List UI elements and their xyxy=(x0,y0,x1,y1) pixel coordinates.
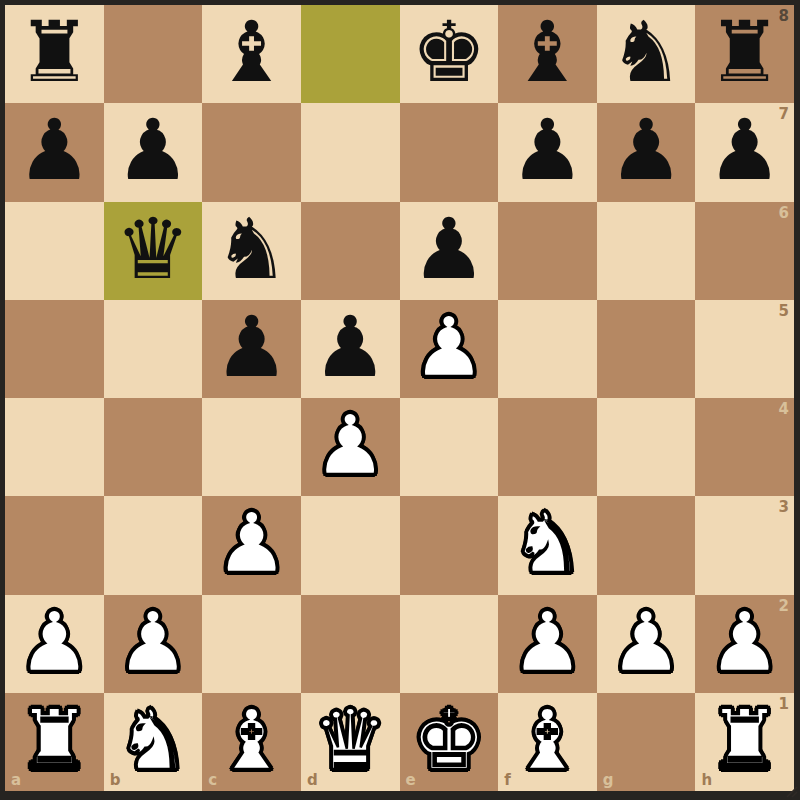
white-king-piece[interactable]: ♚ xyxy=(411,698,486,782)
chess-board[interactable]: ♜♝♚♝♞♜8♟♟♟♟♟7♛♞♟6♟♟♟5♟4♟♞3♟♟♟♟♟2♜a♞b♝c♛d… xyxy=(5,5,794,791)
black-queen-piece[interactable]: ♛ xyxy=(115,207,190,291)
white-pawn-piece[interactable]: ♟ xyxy=(510,600,585,684)
black-pawn-piece[interactable]: ♟ xyxy=(707,108,782,192)
square-d7[interactable] xyxy=(301,103,400,201)
black-knight-piece[interactable]: ♞ xyxy=(608,10,683,94)
square-f5[interactable] xyxy=(498,300,597,398)
square-e5[interactable]: ♟ xyxy=(400,300,499,398)
black-pawn-piece[interactable]: ♟ xyxy=(313,305,388,389)
square-c4[interactable] xyxy=(202,398,301,496)
square-e1[interactable]: ♚e xyxy=(400,693,499,791)
square-g4[interactable] xyxy=(597,398,696,496)
white-pawn-piece[interactable]: ♟ xyxy=(608,600,683,684)
white-pawn-piece[interactable]: ♟ xyxy=(17,600,92,684)
square-g5[interactable] xyxy=(597,300,696,398)
white-pawn-piece[interactable]: ♟ xyxy=(115,600,190,684)
square-b8[interactable] xyxy=(104,5,203,103)
square-h4[interactable]: 4 xyxy=(695,398,794,496)
square-b4[interactable] xyxy=(104,398,203,496)
square-f2[interactable]: ♟ xyxy=(498,595,597,693)
square-d2[interactable] xyxy=(301,595,400,693)
white-knight-piece[interactable]: ♞ xyxy=(115,698,190,782)
rank-label-6: 6 xyxy=(779,206,789,221)
board-frame: ♜♝♚♝♞♜8♟♟♟♟♟7♛♞♟6♟♟♟5♟4♟♞3♟♟♟♟♟2♜a♞b♝c♛d… xyxy=(0,0,800,800)
black-bishop-piece[interactable]: ♝ xyxy=(214,10,289,94)
black-rook-piece[interactable]: ♜ xyxy=(17,10,92,94)
square-h1[interactable]: ♜1h xyxy=(695,693,794,791)
black-pawn-piece[interactable]: ♟ xyxy=(510,108,585,192)
file-label-f: f xyxy=(504,773,511,788)
square-h7[interactable]: ♟7 xyxy=(695,103,794,201)
black-pawn-piece[interactable]: ♟ xyxy=(411,207,486,291)
square-h8[interactable]: ♜8 xyxy=(695,5,794,103)
square-a8[interactable]: ♜ xyxy=(5,5,104,103)
square-a1[interactable]: ♜a xyxy=(5,693,104,791)
square-d1[interactable]: ♛d xyxy=(301,693,400,791)
square-c5[interactable]: ♟ xyxy=(202,300,301,398)
square-c3[interactable]: ♟ xyxy=(202,496,301,594)
black-pawn-piece[interactable]: ♟ xyxy=(214,305,289,389)
black-king-piece[interactable]: ♚ xyxy=(411,10,486,94)
square-a7[interactable]: ♟ xyxy=(5,103,104,201)
rank-label-4: 4 xyxy=(779,402,789,417)
file-label-b: b xyxy=(110,773,121,788)
square-d5[interactable]: ♟ xyxy=(301,300,400,398)
square-g2[interactable]: ♟ xyxy=(597,595,696,693)
file-label-c: c xyxy=(208,773,217,788)
square-c8[interactable]: ♝ xyxy=(202,5,301,103)
square-a2[interactable]: ♟ xyxy=(5,595,104,693)
square-h6[interactable]: 6 xyxy=(695,202,794,300)
square-c7[interactable] xyxy=(202,103,301,201)
rank-label-3: 3 xyxy=(779,500,789,515)
square-c2[interactable] xyxy=(202,595,301,693)
square-g8[interactable]: ♞ xyxy=(597,5,696,103)
square-c6[interactable]: ♞ xyxy=(202,202,301,300)
white-knight-piece[interactable]: ♞ xyxy=(510,501,585,585)
square-f7[interactable]: ♟ xyxy=(498,103,597,201)
black-bishop-piece[interactable]: ♝ xyxy=(510,10,585,94)
square-e3[interactable] xyxy=(400,496,499,594)
square-b3[interactable] xyxy=(104,496,203,594)
square-a4[interactable] xyxy=(5,398,104,496)
rank-label-2: 2 xyxy=(779,599,789,614)
square-b1[interactable]: ♞b xyxy=(104,693,203,791)
file-label-g: g xyxy=(603,773,614,788)
white-pawn-piece[interactable]: ♟ xyxy=(707,600,782,684)
square-d4[interactable]: ♟ xyxy=(301,398,400,496)
square-c1[interactable]: ♝c xyxy=(202,693,301,791)
square-g1[interactable]: g xyxy=(597,693,696,791)
white-pawn-piece[interactable]: ♟ xyxy=(411,305,486,389)
square-f3[interactable]: ♞ xyxy=(498,496,597,594)
file-label-a: a xyxy=(11,773,21,788)
square-e8[interactable]: ♚ xyxy=(400,5,499,103)
black-pawn-piece[interactable]: ♟ xyxy=(608,108,683,192)
file-label-h: h xyxy=(701,773,712,788)
white-bishop-piece[interactable]: ♝ xyxy=(214,698,289,782)
square-b2[interactable]: ♟ xyxy=(104,595,203,693)
black-knight-piece[interactable]: ♞ xyxy=(214,207,289,291)
black-rook-piece[interactable]: ♜ xyxy=(707,10,782,94)
square-a3[interactable] xyxy=(5,496,104,594)
square-b6[interactable]: ♛ xyxy=(104,202,203,300)
square-d8[interactable] xyxy=(301,5,400,103)
square-h5[interactable]: 5 xyxy=(695,300,794,398)
square-f6[interactable] xyxy=(498,202,597,300)
square-h3[interactable]: 3 xyxy=(695,496,794,594)
square-g7[interactable]: ♟ xyxy=(597,103,696,201)
square-e7[interactable] xyxy=(400,103,499,201)
resize-handle-icon[interactable] xyxy=(786,786,798,798)
rank-label-8: 8 xyxy=(779,9,789,24)
square-e6[interactable]: ♟ xyxy=(400,202,499,300)
square-g3[interactable] xyxy=(597,496,696,594)
rank-label-5: 5 xyxy=(779,304,789,319)
white-pawn-piece[interactable]: ♟ xyxy=(214,501,289,585)
white-pawn-piece[interactable]: ♟ xyxy=(313,403,388,487)
white-rook-piece[interactable]: ♜ xyxy=(707,698,782,782)
square-e4[interactable] xyxy=(400,398,499,496)
square-f4[interactable] xyxy=(498,398,597,496)
square-b7[interactable]: ♟ xyxy=(104,103,203,201)
black-pawn-piece[interactable]: ♟ xyxy=(17,108,92,192)
square-f1[interactable]: ♝f xyxy=(498,693,597,791)
square-a5[interactable] xyxy=(5,300,104,398)
square-d6[interactable] xyxy=(301,202,400,300)
white-queen-piece[interactable]: ♛ xyxy=(313,698,388,782)
rank-label-7: 7 xyxy=(779,107,789,122)
file-label-e: e xyxy=(406,773,416,788)
square-d3[interactable] xyxy=(301,496,400,594)
file-label-d: d xyxy=(307,773,318,788)
square-a6[interactable] xyxy=(5,202,104,300)
square-g6[interactable] xyxy=(597,202,696,300)
white-rook-piece[interactable]: ♜ xyxy=(17,698,92,782)
square-e2[interactable] xyxy=(400,595,499,693)
square-h2[interactable]: ♟2 xyxy=(695,595,794,693)
square-f8[interactable]: ♝ xyxy=(498,5,597,103)
white-bishop-piece[interactable]: ♝ xyxy=(510,698,585,782)
square-b5[interactable] xyxy=(104,300,203,398)
black-pawn-piece[interactable]: ♟ xyxy=(115,108,190,192)
rank-label-1: 1 xyxy=(779,697,789,712)
